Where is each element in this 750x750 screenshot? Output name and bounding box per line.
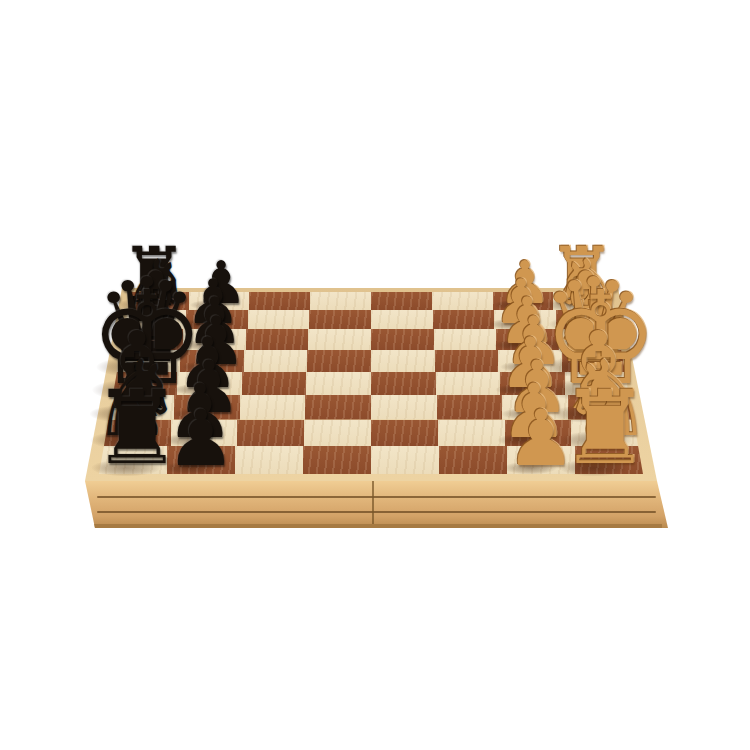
board-square — [371, 310, 433, 329]
board-square — [307, 350, 371, 372]
piece-shadow — [182, 339, 226, 350]
board-square — [303, 446, 371, 474]
piece-shadow — [546, 379, 634, 401]
board-square — [433, 310, 495, 329]
board-square — [439, 446, 507, 474]
piece-shadow — [115, 317, 174, 332]
piece-shadow — [92, 379, 180, 401]
board-square — [371, 420, 438, 447]
piece-shadow — [173, 384, 220, 396]
chess-set-photo: ♜♟♟♜♞♟♟♞♝♟♟♝♛♟♟♛♚♟♟♚♝♟♟♝♞♟♟♞♜♟♟♜ — [0, 0, 750, 750]
piece-shadow — [543, 337, 608, 353]
board-square — [244, 350, 308, 372]
piece-shadow — [495, 339, 539, 350]
piece-shadow — [164, 462, 217, 475]
board-square — [432, 292, 493, 310]
case-bottom-lip — [91, 524, 662, 528]
piece-shadow — [544, 299, 597, 312]
board-square — [309, 310, 371, 329]
piece-shadow — [498, 434, 549, 447]
case-fold-seam — [372, 481, 374, 528]
board-square — [371, 395, 437, 420]
piece-shadow — [543, 357, 622, 377]
board-square — [237, 420, 304, 447]
piece-shadow — [494, 300, 534, 310]
piece-shadow — [96, 357, 175, 377]
board-square — [436, 372, 501, 395]
case-groove — [97, 496, 657, 498]
piece-shadow — [90, 405, 163, 423]
board-square — [248, 310, 310, 329]
board-square — [235, 446, 303, 474]
folding-case-front — [85, 481, 668, 528]
board-square — [249, 292, 310, 310]
piece-shadow — [548, 317, 607, 332]
piece-shadow — [190, 300, 230, 310]
board-square — [371, 372, 436, 395]
board-square — [371, 446, 439, 474]
piece-shadow — [91, 431, 162, 449]
board-square — [308, 329, 371, 350]
board-square — [246, 329, 309, 350]
case-groove — [97, 511, 657, 513]
piece-shadow — [164, 434, 215, 447]
board-square — [242, 372, 307, 395]
piece-shadow — [117, 299, 170, 312]
board-square — [371, 329, 434, 350]
board-square — [310, 292, 371, 310]
board-square — [434, 329, 497, 350]
board-square — [437, 395, 503, 420]
piece-shadow — [113, 337, 178, 353]
board-square — [304, 420, 371, 447]
board-square — [438, 420, 505, 447]
board-square — [371, 350, 435, 372]
board-square — [435, 350, 499, 372]
piece-shadow — [496, 384, 543, 396]
piece-shadow — [504, 462, 557, 475]
board-square — [305, 395, 371, 420]
piece-shadow — [551, 405, 624, 423]
piece-shadow — [560, 431, 631, 449]
board-square — [306, 372, 371, 395]
board-square — [240, 395, 306, 420]
board-square — [371, 292, 432, 310]
